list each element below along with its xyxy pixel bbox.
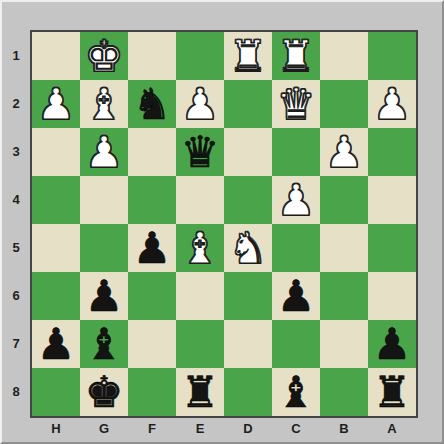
square-h8[interactable] (32, 368, 80, 416)
white-rook[interactable]: ♜ (224, 31, 272, 79)
square-c3[interactable] (272, 128, 320, 176)
white-bishop[interactable]: ♝ (176, 223, 224, 271)
file-label-c: C (272, 416, 320, 442)
file-label-h: H (32, 416, 80, 442)
black-bishop[interactable]: ♝ (80, 319, 128, 367)
square-d5[interactable]: ♞ (224, 224, 272, 272)
square-g7[interactable]: ♝ (80, 320, 128, 368)
square-a5[interactable] (368, 224, 416, 272)
white-pawn[interactable]: ♟ (272, 175, 320, 223)
square-f6[interactable] (128, 272, 176, 320)
square-b7[interactable] (320, 320, 368, 368)
square-f1[interactable] (128, 32, 176, 80)
square-a7[interactable]: ♟ (368, 320, 416, 368)
file-label-g: G (80, 416, 128, 442)
square-g5[interactable] (80, 224, 128, 272)
black-pawn[interactable]: ♟ (272, 271, 320, 319)
white-bishop[interactable]: ♝ (80, 79, 128, 127)
square-d3[interactable] (224, 128, 272, 176)
square-b1[interactable] (320, 32, 368, 80)
square-c4[interactable]: ♟ (272, 176, 320, 224)
square-b8[interactable] (320, 368, 368, 416)
square-f4[interactable] (128, 176, 176, 224)
rank-label-5: 5 (3, 224, 29, 272)
rank-label-3: 3 (3, 128, 29, 176)
square-a1[interactable] (368, 32, 416, 80)
square-h3[interactable] (32, 128, 80, 176)
square-e3[interactable]: ♛ (176, 128, 224, 176)
square-c5[interactable] (272, 224, 320, 272)
black-rook[interactable]: ♜ (368, 367, 416, 415)
square-e5[interactable]: ♝ (176, 224, 224, 272)
file-label-f: F (128, 416, 176, 442)
white-rook[interactable]: ♜ (272, 31, 320, 79)
square-g3[interactable]: ♟ (80, 128, 128, 176)
square-g8[interactable]: ♚ (80, 368, 128, 416)
square-f8[interactable] (128, 368, 176, 416)
square-c7[interactable] (272, 320, 320, 368)
rank-label-7: 7 (3, 320, 29, 368)
square-d8[interactable] (224, 368, 272, 416)
square-c6[interactable]: ♟ (272, 272, 320, 320)
white-queen[interactable]: ♛ (272, 79, 320, 127)
square-b3[interactable]: ♟ (320, 128, 368, 176)
chessboard-frame: ♚♜♜♟♝♞♟♛♟♟♛♟♟♟♝♞♟♟♟♝♟♚♜♝♜ 12345678HGFEDC… (0, 0, 444, 444)
square-a3[interactable] (368, 128, 416, 176)
square-b4[interactable] (320, 176, 368, 224)
square-d1[interactable]: ♜ (224, 32, 272, 80)
square-d2[interactable] (224, 80, 272, 128)
square-h7[interactable]: ♟ (32, 320, 80, 368)
square-f2[interactable]: ♞ (128, 80, 176, 128)
square-c1[interactable]: ♜ (272, 32, 320, 80)
chess-board: ♚♜♜♟♝♞♟♛♟♟♛♟♟♟♝♞♟♟♟♝♟♚♜♝♜ (30, 30, 418, 418)
square-f7[interactable] (128, 320, 176, 368)
rank-label-6: 6 (3, 272, 29, 320)
square-g1[interactable]: ♚ (80, 32, 128, 80)
white-pawn[interactable]: ♟ (176, 79, 224, 127)
black-queen[interactable]: ♛ (176, 127, 224, 175)
square-h2[interactable]: ♟ (32, 80, 80, 128)
file-label-d: D (224, 416, 272, 442)
black-king[interactable]: ♚ (80, 367, 128, 415)
square-b6[interactable] (320, 272, 368, 320)
square-f3[interactable] (128, 128, 176, 176)
square-e2[interactable]: ♟ (176, 80, 224, 128)
file-label-e: E (176, 416, 224, 442)
black-pawn[interactable]: ♟ (80, 271, 128, 319)
square-g6[interactable]: ♟ (80, 272, 128, 320)
black-bishop[interactable]: ♝ (272, 367, 320, 415)
white-pawn[interactable]: ♟ (320, 127, 368, 175)
file-label-a: A (368, 416, 416, 442)
black-rook[interactable]: ♜ (176, 367, 224, 415)
black-pawn[interactable]: ♟ (368, 319, 416, 367)
white-king[interactable]: ♚ (80, 31, 128, 79)
white-pawn[interactable]: ♟ (80, 127, 128, 175)
file-label-b: B (320, 416, 368, 442)
square-d6[interactable] (224, 272, 272, 320)
square-c2[interactable]: ♛ (272, 80, 320, 128)
square-h5[interactable] (32, 224, 80, 272)
square-e6[interactable] (176, 272, 224, 320)
square-d4[interactable] (224, 176, 272, 224)
square-e4[interactable] (176, 176, 224, 224)
square-a8[interactable]: ♜ (368, 368, 416, 416)
white-pawn[interactable]: ♟ (32, 79, 80, 127)
square-d7[interactable] (224, 320, 272, 368)
square-e7[interactable] (176, 320, 224, 368)
square-h6[interactable] (32, 272, 80, 320)
rank-label-4: 4 (3, 176, 29, 224)
rank-label-8: 8 (3, 368, 29, 416)
square-e8[interactable]: ♜ (176, 368, 224, 416)
square-b5[interactable] (320, 224, 368, 272)
square-c8[interactable]: ♝ (272, 368, 320, 416)
square-b2[interactable] (320, 80, 368, 128)
square-g4[interactable] (80, 176, 128, 224)
square-g2[interactable]: ♝ (80, 80, 128, 128)
white-pawn[interactable]: ♟ (368, 79, 416, 127)
black-knight[interactable]: ♞ (128, 79, 176, 127)
square-a6[interactable] (368, 272, 416, 320)
square-e1[interactable] (176, 32, 224, 80)
square-f5[interactable]: ♟ (128, 224, 176, 272)
square-a4[interactable] (368, 176, 416, 224)
square-h4[interactable] (32, 176, 80, 224)
black-pawn[interactable]: ♟ (32, 319, 80, 367)
white-knight[interactable]: ♞ (224, 223, 272, 271)
rank-label-2: 2 (3, 80, 29, 128)
square-h1[interactable] (32, 32, 80, 80)
black-pawn[interactable]: ♟ (128, 223, 176, 271)
rank-label-1: 1 (3, 32, 29, 80)
square-a2[interactable]: ♟ (368, 80, 416, 128)
